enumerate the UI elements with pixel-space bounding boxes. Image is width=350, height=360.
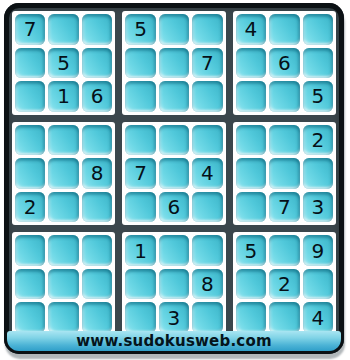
cell-r7c9[interactable]: 9 xyxy=(303,235,333,266)
cell-r5c3[interactable]: 8 xyxy=(82,158,112,189)
cell-r9c7[interactable] xyxy=(236,302,266,333)
cell-r4c5[interactable] xyxy=(159,125,189,156)
cell-r9c8[interactable] xyxy=(269,302,299,333)
cell-r6c4[interactable] xyxy=(125,192,155,223)
cell-r6c1[interactable]: 2 xyxy=(15,192,45,223)
cell-r6c9[interactable]: 3 xyxy=(303,192,333,223)
cell-r8c5[interactable] xyxy=(159,269,189,300)
cell-r1c7[interactable]: 4 xyxy=(236,14,266,45)
site-url: www.sudokusweb.com xyxy=(76,332,271,350)
cell-r4c4[interactable] xyxy=(125,125,155,156)
cell-r2c9[interactable] xyxy=(303,48,333,79)
cell-r7c2[interactable] xyxy=(48,235,78,266)
cell-r5c1[interactable] xyxy=(15,158,45,189)
cell-r6c3[interactable] xyxy=(82,192,112,223)
cell-r4c6[interactable] xyxy=(192,125,222,156)
cell-r2c7[interactable] xyxy=(236,48,266,79)
cell-r4c7[interactable] xyxy=(236,125,266,156)
box-2-3: 273 xyxy=(233,122,336,226)
cell-r7c3[interactable] xyxy=(82,235,112,266)
cell-r1c5[interactable] xyxy=(159,14,189,45)
cell-r3c6[interactable] xyxy=(192,81,222,112)
cell-r2c5[interactable] xyxy=(159,48,189,79)
cell-r2c3[interactable] xyxy=(82,48,112,79)
cell-r3c2[interactable]: 1 xyxy=(48,81,78,112)
cell-r6c7[interactable] xyxy=(236,192,266,223)
cell-r3c7[interactable] xyxy=(236,81,266,112)
box-2-2: 746 xyxy=(122,122,225,226)
cell-r4c2[interactable] xyxy=(48,125,78,156)
cell-r9c2[interactable] xyxy=(48,302,78,333)
cell-r7c6[interactable] xyxy=(192,235,222,266)
cell-r8c6[interactable]: 8 xyxy=(192,269,222,300)
cell-r1c6[interactable] xyxy=(192,14,222,45)
cell-r8c4[interactable] xyxy=(125,269,155,300)
cell-r2c2[interactable]: 5 xyxy=(48,48,78,79)
box-1-1: 7516 xyxy=(12,11,115,115)
cell-r1c1[interactable]: 7 xyxy=(15,14,45,45)
cell-r1c2[interactable] xyxy=(48,14,78,45)
cell-r3c9[interactable]: 5 xyxy=(303,81,333,112)
sudoku-grid: 751657465827462731835924 xyxy=(12,11,336,336)
cell-r8c8[interactable]: 2 xyxy=(269,269,299,300)
cell-r8c7[interactable] xyxy=(236,269,266,300)
cell-r9c1[interactable] xyxy=(15,302,45,333)
cell-r5c2[interactable] xyxy=(48,158,78,189)
cell-r5c5[interactable] xyxy=(159,158,189,189)
cell-r9c4[interactable] xyxy=(125,302,155,333)
cell-r1c8[interactable] xyxy=(269,14,299,45)
cell-r8c1[interactable] xyxy=(15,269,45,300)
cell-r9c9[interactable]: 4 xyxy=(303,302,333,333)
cell-r7c4[interactable]: 1 xyxy=(125,235,155,266)
cell-r8c3[interactable] xyxy=(82,269,112,300)
cell-r9c6[interactable] xyxy=(192,302,222,333)
cell-r3c1[interactable] xyxy=(15,81,45,112)
cell-r6c8[interactable]: 7 xyxy=(269,192,299,223)
cell-r1c9[interactable] xyxy=(303,14,333,45)
cell-r3c3[interactable]: 6 xyxy=(82,81,112,112)
cell-r5c6[interactable]: 4 xyxy=(192,158,222,189)
cell-r3c8[interactable] xyxy=(269,81,299,112)
box-3-1 xyxy=(12,232,115,336)
cell-r7c7[interactable]: 5 xyxy=(236,235,266,266)
footer-band: www.sudokusweb.com xyxy=(7,331,341,351)
cell-r9c5[interactable]: 3 xyxy=(159,302,189,333)
box-2-1: 82 xyxy=(12,122,115,226)
cell-r1c4[interactable]: 5 xyxy=(125,14,155,45)
cell-r2c6[interactable]: 7 xyxy=(192,48,222,79)
box-1-2: 57 xyxy=(122,11,225,115)
cell-r2c4[interactable] xyxy=(125,48,155,79)
cell-r5c9[interactable] xyxy=(303,158,333,189)
cell-r5c7[interactable] xyxy=(236,158,266,189)
cell-r3c5[interactable] xyxy=(159,81,189,112)
cell-r9c3[interactable] xyxy=(82,302,112,333)
cell-r3c4[interactable] xyxy=(125,81,155,112)
cell-r6c6[interactable] xyxy=(192,192,222,223)
cell-r4c3[interactable] xyxy=(82,125,112,156)
cell-r8c9[interactable] xyxy=(303,269,333,300)
cell-r7c5[interactable] xyxy=(159,235,189,266)
sudoku-board: 751657465827462731835924 www.sudokusweb.… xyxy=(4,3,344,354)
cell-r1c3[interactable] xyxy=(82,14,112,45)
cell-r5c8[interactable] xyxy=(269,158,299,189)
box-1-3: 465 xyxy=(233,11,336,115)
cell-r6c5[interactable]: 6 xyxy=(159,192,189,223)
cell-r6c2[interactable] xyxy=(48,192,78,223)
cell-r4c8[interactable] xyxy=(269,125,299,156)
cell-r2c1[interactable] xyxy=(15,48,45,79)
cell-r2c8[interactable]: 6 xyxy=(269,48,299,79)
cell-r7c8[interactable] xyxy=(269,235,299,266)
cell-r4c1[interactable] xyxy=(15,125,45,156)
cell-r7c1[interactable] xyxy=(15,235,45,266)
cell-r4c9[interactable]: 2 xyxy=(303,125,333,156)
box-3-2: 183 xyxy=(122,232,225,336)
box-3-3: 5924 xyxy=(233,232,336,336)
cell-r8c2[interactable] xyxy=(48,269,78,300)
cell-r5c4[interactable]: 7 xyxy=(125,158,155,189)
